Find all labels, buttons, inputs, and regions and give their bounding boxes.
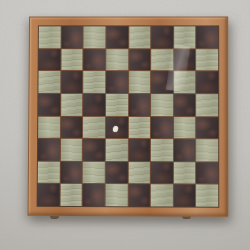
board-square[interactable]: [197, 26, 219, 48]
board-grid: [37, 25, 220, 207]
board-square[interactable]: [61, 71, 83, 93]
board-square[interactable]: [196, 139, 218, 161]
board-square[interactable]: [174, 117, 196, 139]
photo-scene: [0, 0, 250, 250]
board-square[interactable]: [106, 94, 128, 116]
board-square[interactable]: [151, 139, 173, 161]
board-square[interactable]: [83, 94, 105, 116]
board-square[interactable]: [174, 49, 196, 71]
board-square[interactable]: [174, 162, 196, 184]
board-square[interactable]: [38, 139, 60, 161]
chess-board: [28, 16, 229, 216]
board-square[interactable]: [60, 162, 82, 184]
board-square[interactable]: [196, 185, 218, 207]
board-square[interactable]: [196, 94, 218, 116]
board-square[interactable]: [38, 94, 60, 116]
board-square[interactable]: [151, 94, 173, 116]
board-square[interactable]: [129, 94, 151, 116]
board-square[interactable]: [129, 26, 151, 47]
board-square[interactable]: [61, 26, 83, 47]
board-square[interactable]: [106, 71, 128, 93]
board-square[interactable]: [174, 94, 196, 116]
board-square[interactable]: [174, 71, 196, 93]
board-square[interactable]: [151, 162, 173, 184]
board-square[interactable]: [38, 71, 60, 93]
board-square[interactable]: [128, 117, 150, 139]
board-square[interactable]: [106, 26, 128, 47]
board-square[interactable]: [39, 49, 61, 70]
board-square[interactable]: [61, 49, 83, 70]
stone-chip: [113, 125, 119, 132]
board-square[interactable]: [60, 184, 82, 206]
board-square[interactable]: [196, 162, 218, 184]
board-square[interactable]: [61, 94, 83, 116]
board-square[interactable]: [151, 71, 173, 93]
board-square[interactable]: [83, 162, 105, 184]
board-square[interactable]: [39, 26, 61, 47]
board-square[interactable]: [38, 184, 60, 206]
board-square[interactable]: [84, 49, 106, 71]
board-square[interactable]: [128, 185, 150, 207]
board-square[interactable]: [83, 71, 105, 93]
board-square[interactable]: [106, 49, 128, 71]
board-square[interactable]: [84, 26, 106, 47]
board-square[interactable]: [105, 184, 127, 206]
board-square[interactable]: [151, 49, 173, 71]
board-square[interactable]: [128, 139, 150, 161]
board-square[interactable]: [151, 26, 173, 47]
board-square[interactable]: [174, 185, 196, 207]
board-square[interactable]: [151, 117, 173, 139]
board-square[interactable]: [83, 139, 105, 161]
board-square[interactable]: [60, 139, 82, 161]
board-square[interactable]: [129, 49, 151, 71]
board-square[interactable]: [106, 162, 128, 184]
board-square[interactable]: [38, 161, 60, 183]
board-square[interactable]: [196, 117, 218, 139]
board-square[interactable]: [83, 184, 105, 206]
board-square[interactable]: [151, 185, 173, 207]
board-square[interactable]: [128, 162, 150, 184]
board-square[interactable]: [196, 71, 218, 93]
board-square[interactable]: [129, 71, 151, 93]
board-square[interactable]: [174, 26, 196, 48]
board-square[interactable]: [197, 49, 219, 71]
board-square[interactable]: [61, 116, 83, 138]
board-square[interactable]: [174, 139, 196, 161]
board-square[interactable]: [106, 116, 128, 138]
board-square[interactable]: [83, 116, 105, 138]
board-square[interactable]: [38, 116, 60, 138]
board-square[interactable]: [106, 139, 128, 161]
